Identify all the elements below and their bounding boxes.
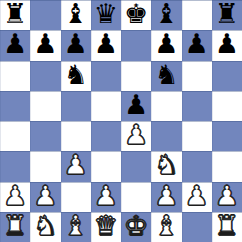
piece-black-king[interactable]: ♚	[124, 0, 148, 29]
square-f5[interactable]	[151, 91, 181, 121]
square-e6[interactable]	[121, 61, 151, 91]
square-a8[interactable]: ♜	[0, 0, 30, 30]
piece-black-pawn[interactable]: ♟	[124, 91, 148, 120]
piece-black-pawn[interactable]: ♟	[154, 30, 178, 59]
square-h3[interactable]	[212, 151, 242, 181]
square-a4[interactable]	[0, 121, 30, 151]
square-h7[interactable]: ♟	[212, 30, 242, 60]
piece-black-pawn[interactable]: ♟	[3, 30, 27, 59]
square-b3[interactable]	[30, 151, 60, 181]
piece-white-queen[interactable]: ♛	[94, 212, 118, 241]
piece-white-pawn[interactable]: ♟	[94, 182, 118, 211]
square-h8[interactable]: ♜	[212, 0, 242, 30]
piece-black-pawn[interactable]: ♟	[33, 30, 57, 59]
piece-black-knight[interactable]: ♞	[154, 61, 178, 90]
square-b2[interactable]: ♟	[30, 182, 60, 212]
square-h4[interactable]	[212, 121, 242, 151]
square-e1[interactable]: ♚	[121, 212, 151, 242]
piece-white-pawn[interactable]: ♟	[185, 182, 209, 211]
square-b6[interactable]	[30, 61, 60, 91]
square-c5[interactable]	[61, 91, 91, 121]
piece-white-rook[interactable]: ♜	[215, 212, 239, 241]
piece-black-bishop[interactable]: ♝	[64, 0, 88, 29]
piece-white-pawn[interactable]: ♟	[124, 121, 148, 150]
piece-black-bishop[interactable]: ♝	[154, 0, 178, 29]
square-c4[interactable]	[61, 121, 91, 151]
square-g2[interactable]: ♟	[182, 182, 212, 212]
square-h1[interactable]: ♜	[212, 212, 242, 242]
square-c8[interactable]: ♝	[61, 0, 91, 30]
piece-white-pawn[interactable]: ♟	[33, 182, 57, 211]
square-g6[interactable]	[182, 61, 212, 91]
square-d7[interactable]: ♟	[91, 30, 121, 60]
square-g4[interactable]	[182, 121, 212, 151]
piece-white-pawn[interactable]: ♟	[64, 151, 88, 180]
square-a5[interactable]	[0, 91, 30, 121]
piece-white-rook[interactable]: ♜	[3, 212, 27, 241]
piece-black-rook[interactable]: ♜	[3, 0, 27, 29]
piece-white-king[interactable]: ♚	[124, 212, 148, 241]
square-c3[interactable]: ♟	[61, 151, 91, 181]
square-f4[interactable]	[151, 121, 181, 151]
square-e7[interactable]	[121, 30, 151, 60]
square-b7[interactable]: ♟	[30, 30, 60, 60]
square-c2[interactable]	[61, 182, 91, 212]
square-e5[interactable]: ♟	[121, 91, 151, 121]
piece-black-pawn[interactable]: ♟	[64, 30, 88, 59]
square-h6[interactable]	[212, 61, 242, 91]
square-e4[interactable]: ♟	[121, 121, 151, 151]
piece-white-pawn[interactable]: ♟	[154, 182, 178, 211]
square-g7[interactable]: ♟	[182, 30, 212, 60]
square-d5[interactable]	[91, 91, 121, 121]
piece-black-pawn[interactable]: ♟	[94, 30, 118, 59]
square-d3[interactable]	[91, 151, 121, 181]
square-f8[interactable]: ♝	[151, 0, 181, 30]
square-a6[interactable]	[0, 61, 30, 91]
square-h2[interactable]: ♟	[212, 182, 242, 212]
square-e8[interactable]: ♚	[121, 0, 151, 30]
square-e3[interactable]	[121, 151, 151, 181]
piece-black-queen[interactable]: ♛	[94, 0, 118, 29]
piece-black-knight[interactable]: ♞	[64, 61, 88, 90]
square-c6[interactable]: ♞	[61, 61, 91, 91]
square-f7[interactable]: ♟	[151, 30, 181, 60]
piece-black-pawn[interactable]: ♟	[185, 30, 209, 59]
piece-white-knight[interactable]: ♞	[33, 212, 57, 241]
square-c1[interactable]: ♝	[61, 212, 91, 242]
square-g5[interactable]	[182, 91, 212, 121]
square-b8[interactable]	[30, 0, 60, 30]
square-a2[interactable]: ♟	[0, 182, 30, 212]
square-b1[interactable]: ♞	[30, 212, 60, 242]
square-b4[interactable]	[30, 121, 60, 151]
square-f3[interactable]: ♞	[151, 151, 181, 181]
square-c7[interactable]: ♟	[61, 30, 91, 60]
square-d1[interactable]: ♛	[91, 212, 121, 242]
square-b5[interactable]	[30, 91, 60, 121]
square-a1[interactable]: ♜	[0, 212, 30, 242]
square-d2[interactable]: ♟	[91, 182, 121, 212]
chess-board: ♜♝♛♚♝♜♟♟♟♟♟♟♟♞♞♟♟♟♞♟♟♟♟♟♟♜♞♝♛♚♝♜	[0, 0, 242, 242]
square-g3[interactable]	[182, 151, 212, 181]
square-f1[interactable]: ♝	[151, 212, 181, 242]
square-a3[interactable]	[0, 151, 30, 181]
piece-white-bishop[interactable]: ♝	[64, 212, 88, 241]
piece-black-rook[interactable]: ♜	[215, 0, 239, 29]
piece-white-pawn[interactable]: ♟	[3, 182, 27, 211]
square-d4[interactable]	[91, 121, 121, 151]
square-e2[interactable]	[121, 182, 151, 212]
piece-white-bishop[interactable]: ♝	[154, 212, 178, 241]
square-f6[interactable]: ♞	[151, 61, 181, 91]
piece-black-pawn[interactable]: ♟	[215, 30, 239, 59]
square-f2[interactable]: ♟	[151, 182, 181, 212]
square-d8[interactable]: ♛	[91, 0, 121, 30]
square-g1[interactable]	[182, 212, 212, 242]
square-a7[interactable]: ♟	[0, 30, 30, 60]
piece-white-pawn[interactable]: ♟	[215, 182, 239, 211]
square-h5[interactable]	[212, 91, 242, 121]
square-d6[interactable]	[91, 61, 121, 91]
square-g8[interactable]	[182, 0, 212, 30]
piece-white-knight[interactable]: ♞	[154, 151, 178, 180]
